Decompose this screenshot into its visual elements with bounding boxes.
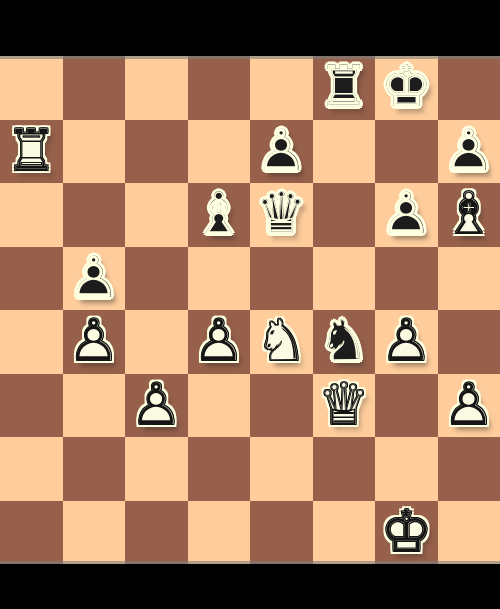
square-e7[interactable]: ♟♙ [250,120,313,184]
square-f8[interactable]: ♜♖ [313,56,376,120]
white-pawn-outline-icon: ♙ [375,310,438,374]
white-queen-outline-icon: ♕ [313,374,376,438]
square-h6[interactable]: ♝♗ [438,183,500,247]
square-c6[interactable] [125,183,188,247]
square-a1[interactable] [0,501,63,565]
black-pawn-outline-icon: ♙ [63,247,126,311]
square-f7[interactable] [313,120,376,184]
square-d1[interactable] [188,501,251,565]
white-knight-outline-icon: ♘ [250,310,313,374]
black-queen-outline-icon: ♕ [250,183,313,247]
white-pawn-c3[interactable]: ♟♙ [125,374,188,438]
square-g2[interactable] [375,437,438,501]
black-pawn-b5[interactable]: ♟♙ [63,247,126,311]
black-pawn-outline-icon: ♙ [438,120,500,184]
square-e8[interactable] [250,56,313,120]
square-a8[interactable] [0,56,63,120]
white-pawn-outline-icon: ♙ [63,310,126,374]
square-b8[interactable] [63,56,126,120]
square-c4[interactable] [125,310,188,374]
square-h4[interactable] [438,310,500,374]
square-f4[interactable]: ♞♘ [313,310,376,374]
black-king-g8[interactable]: ♚♔ [375,56,438,120]
black-pawn-outline-icon: ♙ [375,183,438,247]
black-rook-f8[interactable]: ♜♖ [313,56,376,120]
bottom-black-bar [0,564,500,609]
white-rook-outline-icon: ♖ [0,120,63,184]
white-king-outline-icon: ♔ [375,501,438,565]
black-knight-outline-icon: ♘ [313,310,376,374]
black-rook-outline-icon: ♖ [313,56,376,120]
white-bishop-outline-icon: ♗ [438,183,500,247]
square-e3[interactable] [250,374,313,438]
square-d8[interactable] [188,56,251,120]
black-bishop-d6[interactable]: ♝♗ [188,183,251,247]
square-h1[interactable] [438,501,500,565]
square-d6[interactable]: ♝♗ [188,183,251,247]
square-h7[interactable]: ♟♙ [438,120,500,184]
square-g5[interactable] [375,247,438,311]
square-a5[interactable] [0,247,63,311]
square-h2[interactable] [438,437,500,501]
square-b4[interactable]: ♟♙ [63,310,126,374]
square-d3[interactable] [188,374,251,438]
black-pawn-outline-icon: ♙ [250,120,313,184]
square-b3[interactable] [63,374,126,438]
square-h3[interactable]: ♟♙ [438,374,500,438]
square-c8[interactable] [125,56,188,120]
white-pawn-outline-icon: ♙ [125,374,188,438]
square-c1[interactable] [125,501,188,565]
square-b1[interactable] [63,501,126,565]
square-g8[interactable]: ♚♔ [375,56,438,120]
white-pawn-outline-icon: ♙ [438,374,500,438]
square-f2[interactable] [313,437,376,501]
white-pawn-b4[interactable]: ♟♙ [63,310,126,374]
square-c7[interactable] [125,120,188,184]
chess-board[interactable]: ♜♖♚♔♜♖♟♙♟♙♝♗♛♕♟♙♝♗♟♙♟♙♟♙♞♘♞♘♟♙♟♙♛♕♟♙♚♔ [0,56,500,564]
square-b6[interactable] [63,183,126,247]
white-pawn-h3[interactable]: ♟♙ [438,374,500,438]
square-e5[interactable] [250,247,313,311]
square-f6[interactable] [313,183,376,247]
square-a6[interactable] [0,183,63,247]
square-e1[interactable] [250,501,313,565]
black-pawn-h7[interactable]: ♟♙ [438,120,500,184]
square-f3[interactable]: ♛♕ [313,374,376,438]
square-f5[interactable] [313,247,376,311]
square-b5[interactable]: ♟♙ [63,247,126,311]
black-king-outline-icon: ♔ [375,56,438,120]
square-e2[interactable] [250,437,313,501]
white-knight-e4[interactable]: ♞♘ [250,310,313,374]
square-f1[interactable] [313,501,376,565]
white-king-g1[interactable]: ♚♔ [375,501,438,565]
square-a2[interactable] [0,437,63,501]
chess-diagram-screen: ♜♖♚♔♜♖♟♙♟♙♝♗♛♕♟♙♝♗♟♙♟♙♟♙♞♘♞♘♟♙♟♙♛♕♟♙♚♔ [0,0,500,609]
square-g1[interactable]: ♚♔ [375,501,438,565]
white-pawn-g4[interactable]: ♟♙ [375,310,438,374]
square-g7[interactable] [375,120,438,184]
square-d5[interactable] [188,247,251,311]
square-d7[interactable] [188,120,251,184]
square-a3[interactable] [0,374,63,438]
white-pawn-outline-icon: ♙ [188,310,251,374]
white-queen-f3[interactable]: ♛♕ [313,374,376,438]
square-g3[interactable] [375,374,438,438]
white-pawn-d4[interactable]: ♟♙ [188,310,251,374]
square-d4[interactable]: ♟♙ [188,310,251,374]
square-c5[interactable] [125,247,188,311]
square-a7[interactable]: ♜♖ [0,120,63,184]
square-h8[interactable] [438,56,500,120]
black-queen-e6[interactable]: ♛♕ [250,183,313,247]
square-e4[interactable]: ♞♘ [250,310,313,374]
square-b2[interactable] [63,437,126,501]
black-pawn-e7[interactable]: ♟♙ [250,120,313,184]
square-e6[interactable]: ♛♕ [250,183,313,247]
square-g6[interactable]: ♟♙ [375,183,438,247]
square-h5[interactable] [438,247,500,311]
square-g4[interactable]: ♟♙ [375,310,438,374]
top-black-bar [0,0,500,56]
square-a4[interactable] [0,310,63,374]
square-d2[interactable] [188,437,251,501]
white-rook-a7[interactable]: ♜♖ [0,120,63,184]
black-bishop-outline-icon: ♗ [188,183,251,247]
square-c3[interactable]: ♟♙ [125,374,188,438]
black-pawn-g6[interactable]: ♟♙ [375,183,438,247]
square-b7[interactable] [63,120,126,184]
white-bishop-h6[interactable]: ♝♗ [438,183,500,247]
square-c2[interactable] [125,437,188,501]
black-knight-f4[interactable]: ♞♘ [313,310,376,374]
